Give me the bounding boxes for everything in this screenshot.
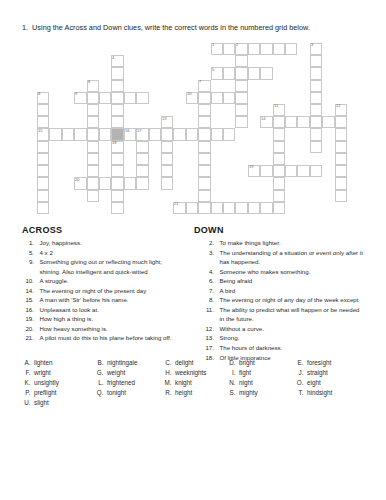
answer-word: weeknights	[175, 369, 207, 379]
instruction-number: 1.	[22, 23, 28, 32]
grid-cell[interactable]	[235, 92, 247, 104]
answer-option: T.hindsight	[296, 389, 376, 399]
grid-cell[interactable]	[49, 128, 61, 140]
grid-cell[interactable]	[136, 153, 148, 165]
answer-option: P.preflight	[23, 389, 96, 399]
grid-cell[interactable]	[161, 165, 173, 177]
answer-letter: F.	[23, 369, 31, 379]
answer-option: I.fight	[228, 369, 296, 379]
cell-number: 3	[311, 43, 313, 47]
clue-number: 4.	[202, 267, 214, 277]
grid-cell[interactable]	[273, 190, 285, 202]
grid-cell[interactable]	[310, 55, 322, 67]
clue-text: How high a thing is.	[40, 314, 200, 324]
grid-cell[interactable]	[285, 116, 297, 128]
down-clue-list: 2.To make things lighter.3.The understan…	[202, 238, 380, 362]
clue-text: 4 x 2	[40, 248, 200, 258]
grid-cell[interactable]	[273, 165, 285, 177]
grid-cell[interactable]	[273, 202, 285, 214]
grid-cell[interactable]	[124, 92, 136, 104]
across-heading: ACROSS	[22, 225, 62, 235]
worksheet-instruction: 1. Using the Across and Down clues, writ…	[22, 23, 310, 32]
down-clue: 12.Without a curve.	[202, 324, 380, 334]
grid-cell[interactable]	[173, 128, 185, 140]
grid-cell[interactable]	[322, 116, 334, 128]
grid-cell[interactable]	[87, 153, 99, 165]
grid-cell[interactable]	[111, 165, 123, 177]
down-clue: 4.Someone who makes something.	[202, 267, 380, 277]
clue-text: Without a curve.	[220, 324, 380, 334]
cell-number: 8	[38, 92, 40, 96]
grid-cell[interactable]	[260, 165, 272, 177]
answer-letter: I.	[228, 369, 236, 379]
grid-cell[interactable]	[99, 128, 111, 140]
clue-text: Strong.	[220, 333, 380, 343]
clue-number: 15.	[22, 295, 34, 305]
clue-number: 2.	[202, 238, 214, 248]
answer-option: R.height	[164, 389, 228, 399]
grid-cell[interactable]	[87, 190, 99, 202]
grid-cell[interactable]	[198, 202, 210, 214]
grid-cell[interactable]	[310, 116, 322, 128]
answer-letter: R.	[164, 389, 172, 399]
cell-number: 11	[274, 104, 278, 108]
grid-cell[interactable]	[335, 165, 347, 177]
answer-option: K.unsightly	[23, 379, 96, 389]
grid-cell[interactable]	[235, 80, 247, 92]
clue-text: Something giving out or reflecting much …	[40, 257, 200, 276]
clue-text: A bird	[220, 286, 380, 296]
grid-cell[interactable]	[310, 92, 322, 104]
answer-letter: Q.	[96, 389, 104, 399]
grid-cell[interactable]	[198, 190, 210, 202]
clue-number: 20.	[22, 324, 34, 334]
down-clue: 13.Strong.	[202, 333, 380, 343]
answer-letter: K.	[23, 379, 31, 389]
grid-cell[interactable]	[273, 177, 285, 189]
answer-option: C.delight	[164, 359, 228, 369]
grid-cell[interactable]	[136, 165, 148, 177]
grid-cell[interactable]	[235, 116, 247, 128]
cell-number: 21	[174, 202, 178, 206]
clue-text: A pilot must do this to his plane before…	[40, 333, 200, 343]
grid-cell[interactable]	[87, 104, 99, 116]
instruction-text: Using the Across and Down clues, write t…	[32, 23, 310, 32]
grid-cell[interactable]	[198, 141, 210, 153]
grid-cell[interactable]	[260, 202, 272, 214]
clue-number: 16.	[22, 305, 34, 315]
grid-cell[interactable]	[87, 177, 99, 189]
answer-word: delight	[175, 359, 194, 369]
across-clue: 14.The evening or night of the present d…	[22, 286, 200, 296]
answer-word: foresight	[307, 359, 331, 369]
grid-cell[interactable]	[198, 116, 210, 128]
clue-text: To make things lighter.	[220, 238, 380, 248]
answer-bank: A.lightenB.nightingaleC.delightD.brightE…	[23, 359, 376, 409]
answer-letter: B.	[96, 359, 104, 369]
answer-letter: O.	[296, 379, 304, 389]
across-clue: 16.Unpleasant to look at.	[22, 305, 200, 315]
cell-number: 10	[187, 92, 191, 96]
grid-cell[interactable]	[223, 43, 235, 55]
grid-cell[interactable]	[335, 141, 347, 153]
grid-cell[interactable]	[37, 177, 49, 189]
answer-option: J.straight	[296, 369, 376, 379]
grid-cell[interactable]	[310, 67, 322, 79]
grid-cell[interactable]	[99, 92, 111, 104]
answer-letter: P.	[23, 389, 31, 399]
clue-number: 7.	[202, 286, 214, 296]
clue-text: The hours of darkness.	[220, 343, 380, 353]
answer-word: frightened	[107, 379, 135, 389]
grid-cell[interactable]	[87, 165, 99, 177]
grid-cell[interactable]	[297, 165, 309, 177]
grid-cell[interactable]	[198, 128, 210, 140]
grid-cell[interactable]	[124, 177, 136, 189]
cell-number: 13	[162, 117, 166, 121]
clue-text: The evening or night of any day of the w…	[220, 295, 380, 305]
cell-number: 9	[75, 92, 77, 96]
grid-cell[interactable]	[37, 165, 49, 177]
answer-word: knight	[175, 379, 192, 389]
grid-cell[interactable]	[235, 202, 247, 214]
grid-cell[interactable]	[223, 202, 235, 214]
grid-cell[interactable]	[198, 165, 210, 177]
grid-cell[interactable]	[74, 128, 86, 140]
cell-number: 1	[212, 43, 214, 47]
answer-option: G.weight	[96, 369, 164, 379]
grid-cell[interactable]	[273, 43, 285, 55]
answer-letter: L.	[96, 379, 104, 389]
answer-word: lighten	[34, 359, 53, 369]
answer-letter: G.	[96, 369, 104, 379]
cell-number: 16	[125, 129, 129, 133]
across-clue: 19.How high a thing is.	[22, 314, 200, 324]
grid-cell[interactable]	[335, 190, 347, 202]
grid-cell[interactable]	[235, 104, 247, 116]
grid-cell[interactable]	[161, 153, 173, 165]
grid-cell[interactable]	[111, 80, 123, 92]
grid-cell[interactable]	[310, 128, 322, 140]
grid-cell[interactable]	[310, 141, 322, 153]
grid-cell[interactable]	[248, 202, 260, 214]
crossword-grid: 123456789101112131415161718192021	[37, 43, 348, 214]
answer-word: bright	[239, 359, 255, 369]
answer-letter: S.	[228, 389, 236, 399]
clue-number: 21.	[22, 333, 34, 343]
grid-cell[interactable]	[37, 202, 49, 214]
cell-number: 18	[112, 141, 116, 145]
clue-number: 3.	[202, 248, 214, 267]
grid-cell[interactable]	[149, 128, 161, 140]
answer-option: E.foresight	[296, 359, 376, 369]
cell-number: 5	[212, 68, 214, 72]
grid-cell[interactable]	[87, 141, 99, 153]
clue-number: 13.	[202, 333, 214, 343]
cell-number: 17	[137, 129, 141, 133]
answer-word: nightingale	[107, 359, 137, 369]
grid-cell[interactable]	[248, 43, 260, 55]
down-clue: 3.The understanding of a situation or ev…	[202, 248, 380, 267]
clue-number: 19.	[22, 314, 34, 324]
clue-number: 8.	[202, 295, 214, 305]
answer-letter: J.	[296, 369, 304, 379]
grid-cell[interactable]	[37, 141, 49, 153]
grid-cell[interactable]	[335, 116, 347, 128]
grid-cell[interactable]	[260, 67, 272, 79]
cell-number: 14	[261, 117, 265, 121]
answer-letter: C.	[164, 359, 172, 369]
answer-option: M.knight	[164, 379, 228, 389]
grid-cell[interactable]	[136, 92, 148, 104]
answer-word: wright	[34, 369, 51, 379]
answer-option: S.mighty	[228, 389, 296, 399]
grid-cell[interactable]	[260, 43, 272, 55]
grid-cell[interactable]	[111, 190, 123, 202]
grid-cell[interactable]	[310, 80, 322, 92]
grid-cell[interactable]	[235, 55, 247, 67]
answer-option: B.nightingale	[96, 359, 164, 369]
grid-cell[interactable]	[87, 92, 99, 104]
answer-letter: M.	[164, 379, 172, 389]
answer-letter: N.	[228, 379, 236, 389]
answer-option: N.night	[228, 379, 296, 389]
answer-option: Q.tonight	[96, 389, 164, 399]
grid-cell[interactable]	[235, 67, 247, 79]
grid-cell[interactable]	[186, 202, 198, 214]
grid-cell[interactable]	[223, 67, 235, 79]
grid-cell[interactable]	[161, 128, 173, 140]
grid-cell[interactable]	[310, 165, 322, 177]
grid-cell[interactable]	[273, 128, 285, 140]
grid-cell[interactable]	[136, 141, 148, 153]
across-clue: 20.How heavy something is.	[22, 324, 200, 334]
grid-cell[interactable]	[211, 202, 223, 214]
grid-cell[interactable]	[211, 92, 223, 104]
cell-number: 19	[249, 165, 253, 169]
grid-cell[interactable]	[111, 104, 123, 116]
grid-cell[interactable]	[87, 128, 99, 140]
across-clue: 21.A pilot must do this to his plane bef…	[22, 333, 200, 343]
grid-cell[interactable]	[273, 153, 285, 165]
answer-word: straight	[307, 369, 328, 379]
clue-number: 14.	[22, 286, 34, 296]
answer-word: preflight	[34, 389, 56, 399]
grid-cell[interactable]	[198, 104, 210, 116]
down-heading: DOWN	[194, 225, 224, 235]
grid-cell[interactable]	[37, 190, 49, 202]
clue-text: Being afraid	[220, 276, 380, 286]
grid-cell[interactable]	[248, 67, 260, 79]
down-clue: 11.The ability to predict what will happ…	[202, 305, 380, 324]
clue-text: The understanding of a situation or even…	[220, 248, 380, 267]
grid-cell[interactable]	[335, 128, 347, 140]
clue-number: 1.	[22, 238, 34, 248]
answer-option: O.eight	[296, 379, 376, 389]
clue-text: The ability to predict what will happen …	[220, 305, 380, 324]
answer-word: eight	[307, 379, 321, 389]
answer-word: weight	[107, 369, 125, 379]
grid-cell[interactable]	[273, 116, 285, 128]
answer-word: tonight	[107, 389, 126, 399]
answer-word: fight	[239, 369, 251, 379]
grid-cell[interactable]	[186, 128, 198, 140]
down-clue: 17.The hours of darkness.	[202, 343, 380, 353]
grid-cell[interactable]	[37, 116, 49, 128]
clue-number: 10.	[22, 276, 34, 286]
grid-cell[interactable]	[136, 177, 148, 189]
grid-cell[interactable]	[285, 43, 297, 55]
clue-text: Unpleasant to look at.	[40, 305, 200, 315]
clue-number: 12.	[202, 324, 214, 334]
across-clue: 9.Something giving out or reflecting muc…	[22, 257, 200, 276]
grid-cell[interactable]	[99, 177, 111, 189]
answer-letter: U.	[23, 399, 31, 409]
answer-word: unsightly	[34, 379, 59, 389]
answer-option: H.weeknights	[164, 369, 228, 379]
grid-cell[interactable]	[297, 116, 309, 128]
grid-cell[interactable]	[111, 177, 123, 189]
answer-option: A.lighten	[23, 359, 96, 369]
grid-cell[interactable]	[111, 202, 123, 214]
grid-cell[interactable]	[87, 116, 99, 128]
grid-cell[interactable]	[111, 116, 123, 128]
clue-text: Someone who makes something.	[220, 267, 380, 277]
down-clue: 7.A bird	[202, 286, 380, 296]
answer-letter: T.	[296, 389, 304, 399]
grid-cell[interactable]	[223, 128, 235, 140]
across-clue: 10.A struggle.	[22, 276, 200, 286]
answer-option: F.wright	[23, 369, 96, 379]
cell-number: 15	[38, 129, 42, 133]
grid-cell[interactable]	[37, 104, 49, 116]
across-clue: 1.Joy, happiness.	[22, 238, 200, 248]
grid-cell[interactable]	[111, 92, 123, 104]
grid-cell[interactable]	[198, 92, 210, 104]
grid-cell[interactable]	[161, 141, 173, 153]
clue-number: 9.	[22, 257, 34, 276]
clue-text: A struggle.	[40, 276, 200, 286]
clue-number: 5.	[22, 248, 34, 258]
across-clue-list: 1.Joy, happiness.5.4 x 29.Something givi…	[22, 238, 200, 343]
answer-letter: E.	[296, 359, 304, 369]
answer-option: L.frightened	[96, 379, 164, 389]
clue-number: 17.	[202, 343, 214, 353]
clue-text: Joy, happiness.	[40, 238, 200, 248]
clue-text: The evening or night of the present day	[40, 286, 200, 296]
answer-option: D.bright	[228, 359, 296, 369]
clue-text: How heavy something is.	[40, 324, 200, 334]
grid-cell[interactable]	[198, 153, 210, 165]
across-clue: 5.4 x 2	[22, 248, 200, 258]
across-clue: 15.A man with 'Sir' before his name.	[22, 295, 200, 305]
answer-word: slight	[34, 399, 49, 409]
answer-word: height	[175, 389, 192, 399]
answer-letter: H.	[164, 369, 172, 379]
grid-cell[interactable]	[111, 67, 123, 79]
grid-cell[interactable]	[223, 92, 235, 104]
answer-word: night	[239, 379, 253, 389]
grid-cell[interactable]	[111, 153, 123, 165]
cell-number: 20	[75, 178, 79, 182]
clue-text: A man with 'Sir' before his name.	[40, 295, 200, 305]
grid-cell[interactable]	[161, 177, 173, 189]
cell-number: 12	[336, 104, 340, 108]
grid-cell[interactable]	[273, 141, 285, 153]
down-clue: 2.To make things lighter.	[202, 238, 380, 248]
grid-cell[interactable]	[37, 153, 49, 165]
grid-cell[interactable]	[62, 128, 74, 140]
cell-number: 6	[88, 80, 90, 84]
grid-cell[interactable]	[285, 165, 297, 177]
clue-number: 11.	[202, 305, 214, 324]
down-clue: 6.Being afraid	[202, 276, 380, 286]
answer-letter: D.	[228, 359, 236, 369]
grid-cell[interactable]	[335, 177, 347, 189]
grid-cell[interactable]	[198, 177, 210, 189]
grid-cell[interactable]	[211, 128, 223, 140]
answer-letter: A.	[23, 359, 31, 369]
grid-cell[interactable]	[335, 153, 347, 165]
down-clue: 8.The evening or night of any day of the…	[202, 295, 380, 305]
answer-word: hindsight	[307, 389, 332, 399]
clue-number: 6.	[202, 276, 214, 286]
answer-word: mighty	[239, 389, 258, 399]
blocked-cell	[111, 128, 123, 140]
cell-number: 7	[199, 80, 201, 84]
grid-cell[interactable]	[310, 104, 322, 116]
answer-option: U.slight	[23, 399, 96, 409]
